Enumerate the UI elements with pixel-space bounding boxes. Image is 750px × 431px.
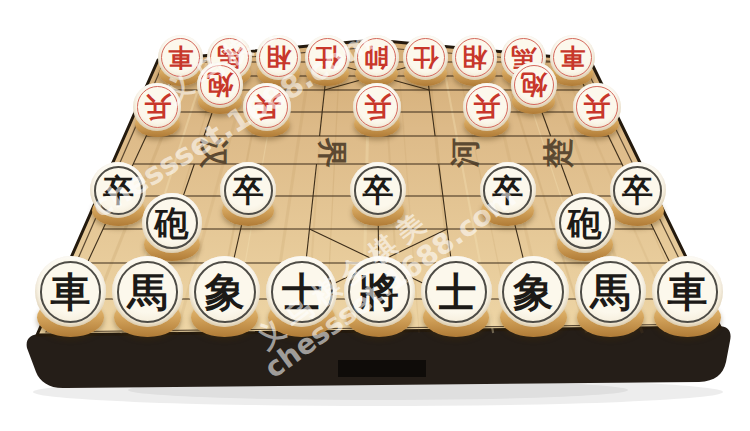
piece-red-elephant[interactable]: 相 (452, 35, 497, 89)
piece-ring (354, 166, 403, 215)
piece-ring (502, 261, 564, 323)
piece-ring (94, 166, 143, 215)
piece-face: 馬 (575, 256, 646, 327)
piece-face: 卒 (610, 162, 666, 218)
piece-character: 兵 (473, 94, 500, 121)
piece-face: 仕 (305, 35, 350, 80)
piece-face: 馬 (112, 256, 183, 327)
piece-face: 兵 (353, 83, 401, 131)
piece-ring (146, 197, 198, 249)
piece-black-soldier[interactable]: 卒 (90, 162, 146, 229)
piece-red-soldier[interactable]: 兵 (573, 83, 621, 141)
piece-red-elephant[interactable]: 相 (256, 35, 301, 89)
piece-character: 仕 (413, 45, 438, 70)
piece-character: 兵 (583, 94, 610, 121)
piece-face: 砲 (142, 193, 202, 253)
piece-face: 相 (256, 35, 301, 80)
piece-face: 將 (344, 256, 415, 327)
piece-character: 兵 (364, 94, 391, 121)
piece-ring (224, 166, 273, 215)
piece-face: 炮 (511, 62, 557, 108)
piece-ring (657, 261, 719, 323)
piece-face: 仕 (403, 35, 448, 80)
piece-character: 炮 (207, 72, 233, 98)
piece-ring (348, 261, 410, 323)
piece-black-chariot[interactable]: 車 (652, 256, 723, 341)
piece-face: 卒 (480, 162, 536, 218)
piece-face: 兵 (463, 83, 511, 131)
piece-black-elephant[interactable]: 象 (498, 256, 569, 341)
piece-black-soldier[interactable]: 卒 (350, 162, 406, 229)
piece-black-elephant[interactable]: 象 (189, 256, 260, 341)
piece-face: 車 (35, 256, 106, 327)
piece-ring (425, 261, 487, 323)
piece-black-horse[interactable]: 馬 (575, 256, 646, 341)
piece-black-advisor[interactable]: 士 (421, 256, 492, 341)
piece-ring (194, 261, 256, 323)
piece-character: 炮 (521, 72, 547, 98)
piece-red-advisor[interactable]: 仕 (403, 35, 448, 89)
product-photo: 汉界河楚 車馬相仕帥仕相馬車炮炮兵兵兵兵兵卒卒卒卒卒砲砲車馬象士將士象馬車 ch… (0, 0, 750, 431)
piece-character: 兵 (144, 94, 171, 121)
piece-red-soldier[interactable]: 兵 (133, 83, 181, 141)
piece-black-soldier[interactable]: 卒 (610, 162, 666, 229)
piece-face: 車 (652, 256, 723, 327)
piece-black-cannon[interactable]: 砲 (555, 193, 615, 265)
piece-black-soldier[interactable]: 卒 (480, 162, 536, 229)
piece-black-horse[interactable]: 馬 (112, 256, 183, 341)
piece-character: 車 (168, 45, 193, 70)
piece-character: 車 (560, 45, 585, 70)
piece-face: 象 (498, 256, 569, 327)
piece-red-soldier[interactable]: 兵 (353, 83, 401, 141)
piece-red-cannon[interactable]: 炮 (197, 62, 243, 117)
piece-face: 兵 (573, 83, 621, 131)
piece-ring (271, 261, 333, 323)
piece-character: 相 (266, 45, 291, 70)
piece-ring (483, 166, 532, 215)
piece-red-soldier[interactable]: 兵 (463, 83, 511, 141)
piece-black-general[interactable]: 將 (344, 256, 415, 341)
piece-face: 士 (421, 256, 492, 327)
piece-red-cannon[interactable]: 炮 (511, 62, 557, 117)
piece-character: 相 (462, 45, 487, 70)
piece-character: 仕 (315, 45, 340, 70)
pieces-layer: 車馬相仕帥仕相馬車炮炮兵兵兵兵兵卒卒卒卒卒砲砲車馬象士將士象馬車 (0, 0, 750, 431)
piece-ring (580, 261, 642, 323)
piece-character: 帥 (364, 45, 389, 70)
piece-ring (559, 197, 611, 249)
piece-ring (117, 261, 179, 323)
piece-black-advisor[interactable]: 士 (266, 256, 337, 341)
piece-red-advisor[interactable]: 仕 (305, 35, 350, 89)
piece-ring (613, 166, 662, 215)
piece-black-soldier[interactable]: 卒 (220, 162, 276, 229)
piece-face: 卒 (350, 162, 406, 218)
piece-black-cannon[interactable]: 砲 (142, 193, 202, 265)
piece-face: 相 (452, 35, 497, 80)
piece-character: 兵 (254, 94, 281, 121)
piece-ring (40, 261, 102, 323)
piece-red-general[interactable]: 帥 (354, 35, 399, 89)
piece-black-chariot[interactable]: 車 (35, 256, 106, 341)
piece-face: 砲 (555, 193, 615, 253)
piece-face: 帥 (354, 35, 399, 80)
piece-red-soldier[interactable]: 兵 (243, 83, 291, 141)
